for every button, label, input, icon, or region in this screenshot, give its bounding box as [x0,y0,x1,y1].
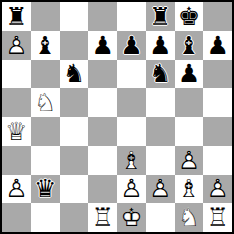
black-pawn-e7: ♟ [117,31,146,60]
square-b7[interactable]: ♝ [31,31,60,60]
square-a8[interactable]: ♜ [2,2,31,31]
square-c3[interactable] [60,146,89,175]
square-f5[interactable] [146,88,175,117]
chess-board: ♜♜♚♟♙♝♟♟♟♝♟♞♞♟♞♘♛♕♝♗♟♙♟♙♛♟♙♟♙♝♗♟♙♜♖♚♔♞♘♜… [2,2,232,232]
white-king-e1-fill: ♚ [117,203,146,232]
square-a7[interactable]: ♟♙ [2,31,31,60]
black-knight-c6: ♞ [60,60,89,89]
square-d6[interactable] [88,60,117,89]
white-knight-g1: ♘ [175,203,204,232]
square-e6[interactable] [117,60,146,89]
square-h4[interactable] [203,117,232,146]
square-d3[interactable] [88,146,117,175]
square-c8[interactable] [60,2,89,31]
square-b2[interactable]: ♛ [31,175,60,204]
square-c1[interactable] [60,203,89,232]
chess-board-frame: ♜♜♚♟♙♝♟♟♟♝♟♞♞♟♞♘♛♕♝♗♟♙♟♙♛♟♙♟♙♝♗♟♙♜♖♚♔♞♘♜… [0,0,234,234]
white-queen-a4-fill: ♛ [2,117,31,146]
square-h7[interactable]: ♟ [203,31,232,60]
square-a2[interactable]: ♟♙ [2,175,31,204]
white-rook-h1: ♖ [203,203,232,232]
square-g3[interactable]: ♟♙ [175,146,204,175]
white-queen-a4: ♕ [2,117,31,146]
square-h6[interactable] [203,60,232,89]
black-rook-a8: ♜ [2,2,31,31]
white-pawn-e2: ♙ [117,175,146,204]
black-pawn-g6: ♟ [175,60,204,89]
square-d8[interactable] [88,2,117,31]
square-b5[interactable]: ♞♘ [31,88,60,117]
square-h2[interactable]: ♟♙ [203,175,232,204]
white-knight-g1-fill: ♞ [175,203,204,232]
square-f6[interactable]: ♞ [146,60,175,89]
square-g1[interactable]: ♞♘ [175,203,204,232]
square-f2[interactable]: ♟♙ [146,175,175,204]
square-e5[interactable] [117,88,146,117]
white-bishop-e3: ♗ [117,146,146,175]
black-bishop-g7: ♝ [175,31,204,60]
black-rook-f8: ♜ [146,2,175,31]
square-g5[interactable] [175,88,204,117]
square-g4[interactable] [175,117,204,146]
black-pawn-f7: ♟ [146,31,175,60]
square-h3[interactable] [203,146,232,175]
square-f8[interactable]: ♜ [146,2,175,31]
square-h1[interactable]: ♜♖ [203,203,232,232]
square-e2[interactable]: ♟♙ [117,175,146,204]
square-f1[interactable] [146,203,175,232]
white-pawn-a2: ♙ [2,175,31,204]
black-king-g8: ♚ [175,2,204,31]
white-pawn-a2-fill: ♟ [2,175,31,204]
square-d1[interactable]: ♜♖ [88,203,117,232]
black-pawn-d7: ♟ [88,31,117,60]
white-bishop-g2: ♗ [175,175,204,204]
square-h5[interactable] [203,88,232,117]
white-rook-d1-fill: ♜ [88,203,117,232]
white-pawn-h2: ♙ [203,175,232,204]
square-h8[interactable] [203,2,232,31]
square-e7[interactable]: ♟ [117,31,146,60]
square-d7[interactable]: ♟ [88,31,117,60]
black-pawn-h7: ♟ [203,31,232,60]
square-b1[interactable] [31,203,60,232]
square-d4[interactable] [88,117,117,146]
square-f4[interactable] [146,117,175,146]
white-pawn-g3-fill: ♟ [175,146,204,175]
square-c5[interactable] [60,88,89,117]
white-pawn-a7-fill: ♟ [2,31,31,60]
square-g6[interactable]: ♟ [175,60,204,89]
square-c7[interactable] [60,31,89,60]
white-rook-d1: ♖ [88,203,117,232]
white-pawn-e2-fill: ♟ [117,175,146,204]
square-a5[interactable] [2,88,31,117]
black-queen-b2: ♛ [31,175,60,204]
white-pawn-f2-fill: ♟ [146,175,175,204]
square-a4[interactable]: ♛♕ [2,117,31,146]
white-rook-h1-fill: ♜ [203,203,232,232]
black-knight-f6: ♞ [146,60,175,89]
square-e8[interactable] [117,2,146,31]
square-d2[interactable] [88,175,117,204]
white-king-e1: ♔ [117,203,146,232]
square-e1[interactable]: ♚♔ [117,203,146,232]
white-bishop-g2-fill: ♝ [175,175,204,204]
square-b4[interactable] [31,117,60,146]
white-knight-b5-fill: ♞ [31,88,60,117]
square-c2[interactable] [60,175,89,204]
square-g2[interactable]: ♝♗ [175,175,204,204]
square-b3[interactable] [31,146,60,175]
square-a3[interactable] [2,146,31,175]
white-pawn-h2-fill: ♟ [203,175,232,204]
square-f7[interactable]: ♟ [146,31,175,60]
square-g7[interactable]: ♝ [175,31,204,60]
square-f3[interactable] [146,146,175,175]
white-knight-b5: ♘ [31,88,60,117]
square-g8[interactable]: ♚ [175,2,204,31]
square-b8[interactable] [31,2,60,31]
white-pawn-a7: ♙ [2,31,31,60]
square-a1[interactable] [2,203,31,232]
white-pawn-g3: ♙ [175,146,204,175]
white-pawn-f2: ♙ [146,175,175,204]
square-b6[interactable] [31,60,60,89]
white-bishop-e3-fill: ♝ [117,146,146,175]
square-e4[interactable] [117,117,146,146]
square-d5[interactable] [88,88,117,117]
square-e3[interactable]: ♝♗ [117,146,146,175]
square-c4[interactable] [60,117,89,146]
square-a6[interactable] [2,60,31,89]
square-c6[interactable]: ♞ [60,60,89,89]
black-bishop-b7: ♝ [31,31,60,60]
